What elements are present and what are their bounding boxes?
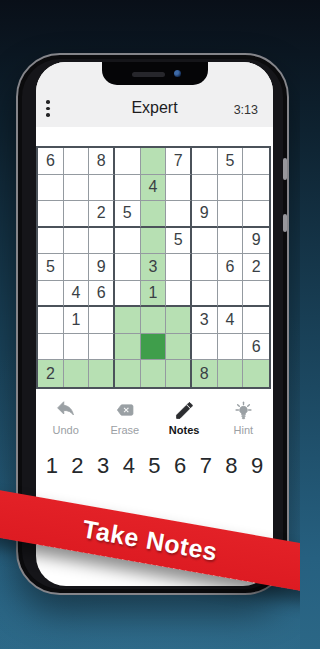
numpad-key-7[interactable]: 7 [194,453,218,479]
cell-r2c7[interactable] [192,175,218,202]
notes-label: Notes [169,424,200,436]
cell-r5c7[interactable] [192,254,218,281]
cell-r4c1[interactable] [38,228,64,255]
cell-r2c2[interactable] [64,175,90,202]
erase-label: Erase [111,424,140,436]
cell-r3c4[interactable]: 5 [115,201,141,228]
cell-r9c6[interactable] [166,360,192,387]
cell-r5c9[interactable]: 2 [243,254,269,281]
cell-r9c5[interactable] [141,360,167,387]
cell-r3c7[interactable]: 9 [192,201,218,228]
numpad-key-5[interactable]: 5 [142,453,166,479]
speaker-slit [132,72,165,77]
cell-r7c6[interactable] [166,307,192,334]
cell-r5c1[interactable]: 5 [38,254,64,281]
numpad-key-1[interactable]: 1 [40,453,64,479]
cell-r9c2[interactable] [64,360,90,387]
cell-r8c7[interactable] [192,334,218,361]
cell-r5c2[interactable] [64,254,90,281]
sudoku-board: 687542595959362461134628 [36,146,271,389]
undo-icon [55,400,76,421]
cell-r1c1[interactable]: 6 [38,148,64,175]
pencil-icon [174,400,195,421]
cell-r7c7[interactable]: 3 [192,307,218,334]
cell-r8c4[interactable] [115,334,141,361]
cell-r9c3[interactable] [89,360,115,387]
cell-r8c6[interactable] [166,334,192,361]
cell-r8c9[interactable]: 6 [243,334,269,361]
cell-r6c8[interactable] [218,281,244,308]
hint-label: Hint [234,424,254,436]
cell-r8c3[interactable] [89,334,115,361]
cell-r4c4[interactable] [115,228,141,255]
cell-r5c4[interactable] [115,254,141,281]
game-timer: 3:13 [234,103,258,117]
cell-r4c6[interactable]: 5 [166,228,192,255]
cell-r4c7[interactable] [192,228,218,255]
cell-r3c5[interactable] [141,201,167,228]
cell-r6c2[interactable]: 4 [64,281,90,308]
cell-r1c3[interactable]: 8 [89,148,115,175]
backspace-icon [114,400,135,421]
cell-r3c3[interactable]: 2 [89,201,115,228]
cell-r1c4[interactable] [115,148,141,175]
cell-r8c5[interactable] [141,334,167,361]
cell-r6c6[interactable] [166,281,192,308]
cell-r7c9[interactable] [243,307,269,334]
cell-r8c2[interactable] [64,334,90,361]
cell-r6c5[interactable]: 1 [141,281,167,308]
cell-r6c7[interactable] [192,281,218,308]
hint-bulb-icon [233,400,254,421]
cell-r5c5[interactable]: 3 [141,254,167,281]
cell-r9c8[interactable] [218,360,244,387]
cell-r1c2[interactable] [64,148,90,175]
side-button [283,214,287,232]
cell-r9c4[interactable] [115,360,141,387]
numpad-key-8[interactable]: 8 [219,453,243,479]
cell-r8c8[interactable] [218,334,244,361]
cell-r6c1[interactable] [38,281,64,308]
undo-button[interactable]: Undo [40,400,92,436]
cell-r1c8[interactable]: 5 [218,148,244,175]
cell-r4c3[interactable] [89,228,115,255]
camera-dot [174,70,181,77]
cell-r5c3[interactable]: 9 [89,254,115,281]
action-toolbar: Undo Erase Notes [36,400,273,446]
cell-r7c5[interactable] [141,307,167,334]
cell-r2c5[interactable]: 4 [141,175,167,202]
numpad-key-3[interactable]: 3 [91,453,115,479]
cell-r2c6[interactable] [166,175,192,202]
cell-r4c5[interactable] [141,228,167,255]
erase-button[interactable]: Erase [99,400,151,436]
numpad-key-2[interactable]: 2 [65,453,89,479]
cell-r9c9[interactable] [243,360,269,387]
cell-r7c3[interactable] [89,307,115,334]
cell-r1c7[interactable] [192,148,218,175]
cell-r9c7[interactable]: 8 [192,360,218,387]
cell-r4c9[interactable]: 9 [243,228,269,255]
cell-r6c9[interactable] [243,281,269,308]
cell-r9c1[interactable]: 2 [38,360,64,387]
cell-r3c9[interactable] [243,201,269,228]
cell-r7c1[interactable] [38,307,64,334]
cell-r6c4[interactable] [115,281,141,308]
hint-button[interactable]: Hint [217,400,269,436]
cell-r2c3[interactable] [89,175,115,202]
cell-r5c6[interactable] [166,254,192,281]
undo-label: Undo [52,424,78,436]
cell-r2c1[interactable] [38,175,64,202]
notch [102,62,208,85]
cell-r3c8[interactable] [218,201,244,228]
cell-r7c8[interactable]: 4 [218,307,244,334]
numpad-key-4[interactable]: 4 [117,453,141,479]
number-pad: 123456789 [39,450,270,482]
cell-r8c1[interactable] [38,334,64,361]
cell-r2c4[interactable] [115,175,141,202]
cell-r6c3[interactable]: 6 [89,281,115,308]
cell-r4c8[interactable] [218,228,244,255]
cell-r3c2[interactable] [64,201,90,228]
cell-r1c5[interactable] [141,148,167,175]
power-button [283,158,287,180]
cell-r2c8[interactable] [218,175,244,202]
cell-r4c2[interactable] [64,228,90,255]
cell-r1c6[interactable]: 7 [166,148,192,175]
cell-r3c1[interactable] [38,201,64,228]
cell-r7c4[interactable] [115,307,141,334]
numpad-key-6[interactable]: 6 [168,453,192,479]
notes-button[interactable]: Notes [158,400,210,436]
numpad-key-9[interactable]: 9 [245,453,269,479]
cell-r7c2[interactable]: 1 [64,307,90,334]
cell-r3c6[interactable] [166,201,192,228]
cell-r5c8[interactable]: 6 [218,254,244,281]
cell-r2c9[interactable] [243,175,269,202]
cell-r1c9[interactable] [243,148,269,175]
